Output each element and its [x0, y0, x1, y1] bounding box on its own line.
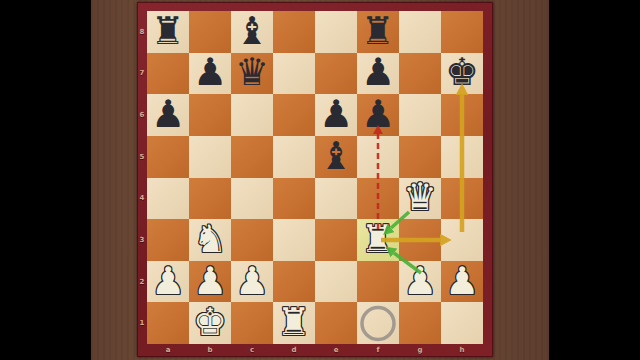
file-label-e: e	[315, 344, 357, 356]
square-c1[interactable]	[231, 302, 273, 344]
piece-white-pawn[interactable]: ♟	[193, 262, 227, 300]
square-f1[interactable]	[357, 302, 399, 344]
rank-label-6: 6	[137, 94, 147, 136]
piece-white-queen[interactable]: ♛	[403, 178, 437, 216]
square-h6[interactable]	[441, 94, 483, 136]
file-label-g: g	[399, 344, 441, 356]
file-label-b: b	[189, 344, 231, 356]
file-label-f: f	[357, 344, 399, 356]
square-f2[interactable]	[357, 261, 399, 303]
square-a8[interactable]: ♜	[147, 11, 189, 53]
piece-black-pawn[interactable]: ♟	[319, 95, 353, 133]
piece-black-pawn[interactable]: ♟	[361, 95, 395, 133]
square-h3[interactable]	[441, 219, 483, 261]
square-d8[interactable]	[273, 11, 315, 53]
piece-white-rook[interactable]: ♜	[277, 303, 311, 341]
square-d7[interactable]	[273, 53, 315, 95]
square-g5[interactable]	[399, 136, 441, 178]
square-a4[interactable]	[147, 178, 189, 220]
square-f8[interactable]: ♜	[357, 11, 399, 53]
square-d3[interactable]	[273, 219, 315, 261]
piece-black-queen[interactable]: ♛	[235, 53, 269, 91]
square-g4[interactable]: ♛	[399, 178, 441, 220]
square-c2[interactable]: ♟	[231, 261, 273, 303]
square-e8[interactable]	[315, 11, 357, 53]
piece-white-pawn[interactable]: ♟	[445, 262, 479, 300]
rank-label-7: 7	[137, 53, 147, 95]
square-c4[interactable]	[231, 178, 273, 220]
square-h8[interactable]	[441, 11, 483, 53]
square-e7[interactable]	[315, 53, 357, 95]
square-g2[interactable]: ♟	[399, 261, 441, 303]
rank-label-4: 4	[137, 178, 147, 220]
square-d2[interactable]	[273, 261, 315, 303]
piece-white-king[interactable]: ♚	[193, 303, 227, 341]
square-g6[interactable]	[399, 94, 441, 136]
square-d6[interactable]	[273, 94, 315, 136]
piece-white-knight[interactable]: ♞	[193, 220, 227, 258]
square-h5[interactable]	[441, 136, 483, 178]
square-f6[interactable]: ♟	[357, 94, 399, 136]
piece-black-rook[interactable]: ♜	[151, 12, 185, 50]
square-c8[interactable]: ♝	[231, 11, 273, 53]
square-g3[interactable]	[399, 219, 441, 261]
square-e5[interactable]: ♝	[315, 136, 357, 178]
square-g8[interactable]	[399, 11, 441, 53]
square-d4[interactable]	[273, 178, 315, 220]
board-squares: ♜♝♜♟♛♟♚♟♟♟♝♛♞♜♟♟♟♟♟♚♜	[147, 11, 483, 344]
rank-label-1: 1	[137, 302, 147, 344]
square-a2[interactable]: ♟	[147, 261, 189, 303]
square-b2[interactable]: ♟	[189, 261, 231, 303]
rank-label-8: 8	[137, 11, 147, 53]
square-b4[interactable]	[189, 178, 231, 220]
square-a3[interactable]	[147, 219, 189, 261]
rank-label-3: 3	[137, 219, 147, 261]
square-f4[interactable]	[357, 178, 399, 220]
rank-label-2: 2	[137, 261, 147, 303]
square-a6[interactable]: ♟	[147, 94, 189, 136]
piece-black-pawn[interactable]: ♟	[361, 53, 395, 91]
square-c5[interactable]	[231, 136, 273, 178]
square-b5[interactable]	[189, 136, 231, 178]
square-h1[interactable]	[441, 302, 483, 344]
square-d5[interactable]	[273, 136, 315, 178]
file-label-h: h	[441, 344, 483, 356]
square-c6[interactable]	[231, 94, 273, 136]
square-g7[interactable]	[399, 53, 441, 95]
square-h2[interactable]: ♟	[441, 261, 483, 303]
file-label-d: d	[273, 344, 315, 356]
square-d1[interactable]: ♜	[273, 302, 315, 344]
square-f3[interactable]: ♜	[357, 219, 399, 261]
piece-white-pawn[interactable]: ♟	[235, 262, 269, 300]
file-labels: abcdefgh	[147, 344, 483, 356]
square-f7[interactable]: ♟	[357, 53, 399, 95]
square-e1[interactable]	[315, 302, 357, 344]
rank-label-5: 5	[137, 136, 147, 178]
file-label-c: c	[231, 344, 273, 356]
square-g1[interactable]	[399, 302, 441, 344]
square-b3[interactable]: ♞	[189, 219, 231, 261]
square-b1[interactable]: ♚	[189, 302, 231, 344]
square-a5[interactable]	[147, 136, 189, 178]
piece-black-bishop[interactable]: ♝	[235, 12, 269, 50]
square-b7[interactable]: ♟	[189, 53, 231, 95]
square-b6[interactable]	[189, 94, 231, 136]
piece-white-pawn[interactable]: ♟	[403, 262, 437, 300]
square-e2[interactable]	[315, 261, 357, 303]
square-c7[interactable]: ♛	[231, 53, 273, 95]
square-a7[interactable]	[147, 53, 189, 95]
file-label-a: a	[147, 344, 189, 356]
square-c3[interactable]	[231, 219, 273, 261]
square-h7[interactable]: ♚	[441, 53, 483, 95]
piece-black-king[interactable]: ♚	[445, 53, 479, 91]
rank-labels: 87654321	[137, 11, 147, 344]
piece-black-rook[interactable]: ♜	[361, 12, 395, 50]
square-b8[interactable]	[189, 11, 231, 53]
square-h4[interactable]	[441, 178, 483, 220]
square-e3[interactable]	[315, 219, 357, 261]
square-a1[interactable]	[147, 302, 189, 344]
piece-white-rook[interactable]: ♜	[361, 220, 395, 258]
piece-white-pawn[interactable]: ♟	[151, 262, 185, 300]
chess-board: 87654321 ♜♝♜♟♛♟♚♟♟♟♝♛♞♜♟♟♟♟♟♚♜ abcdefgh	[137, 2, 493, 357]
piece-black-pawn[interactable]: ♟	[151, 95, 185, 133]
piece-black-bishop[interactable]: ♝	[319, 137, 353, 175]
piece-black-pawn[interactable]: ♟	[193, 53, 227, 91]
square-e4[interactable]	[315, 178, 357, 220]
square-f5[interactable]	[357, 136, 399, 178]
square-e6[interactable]: ♟	[315, 94, 357, 136]
